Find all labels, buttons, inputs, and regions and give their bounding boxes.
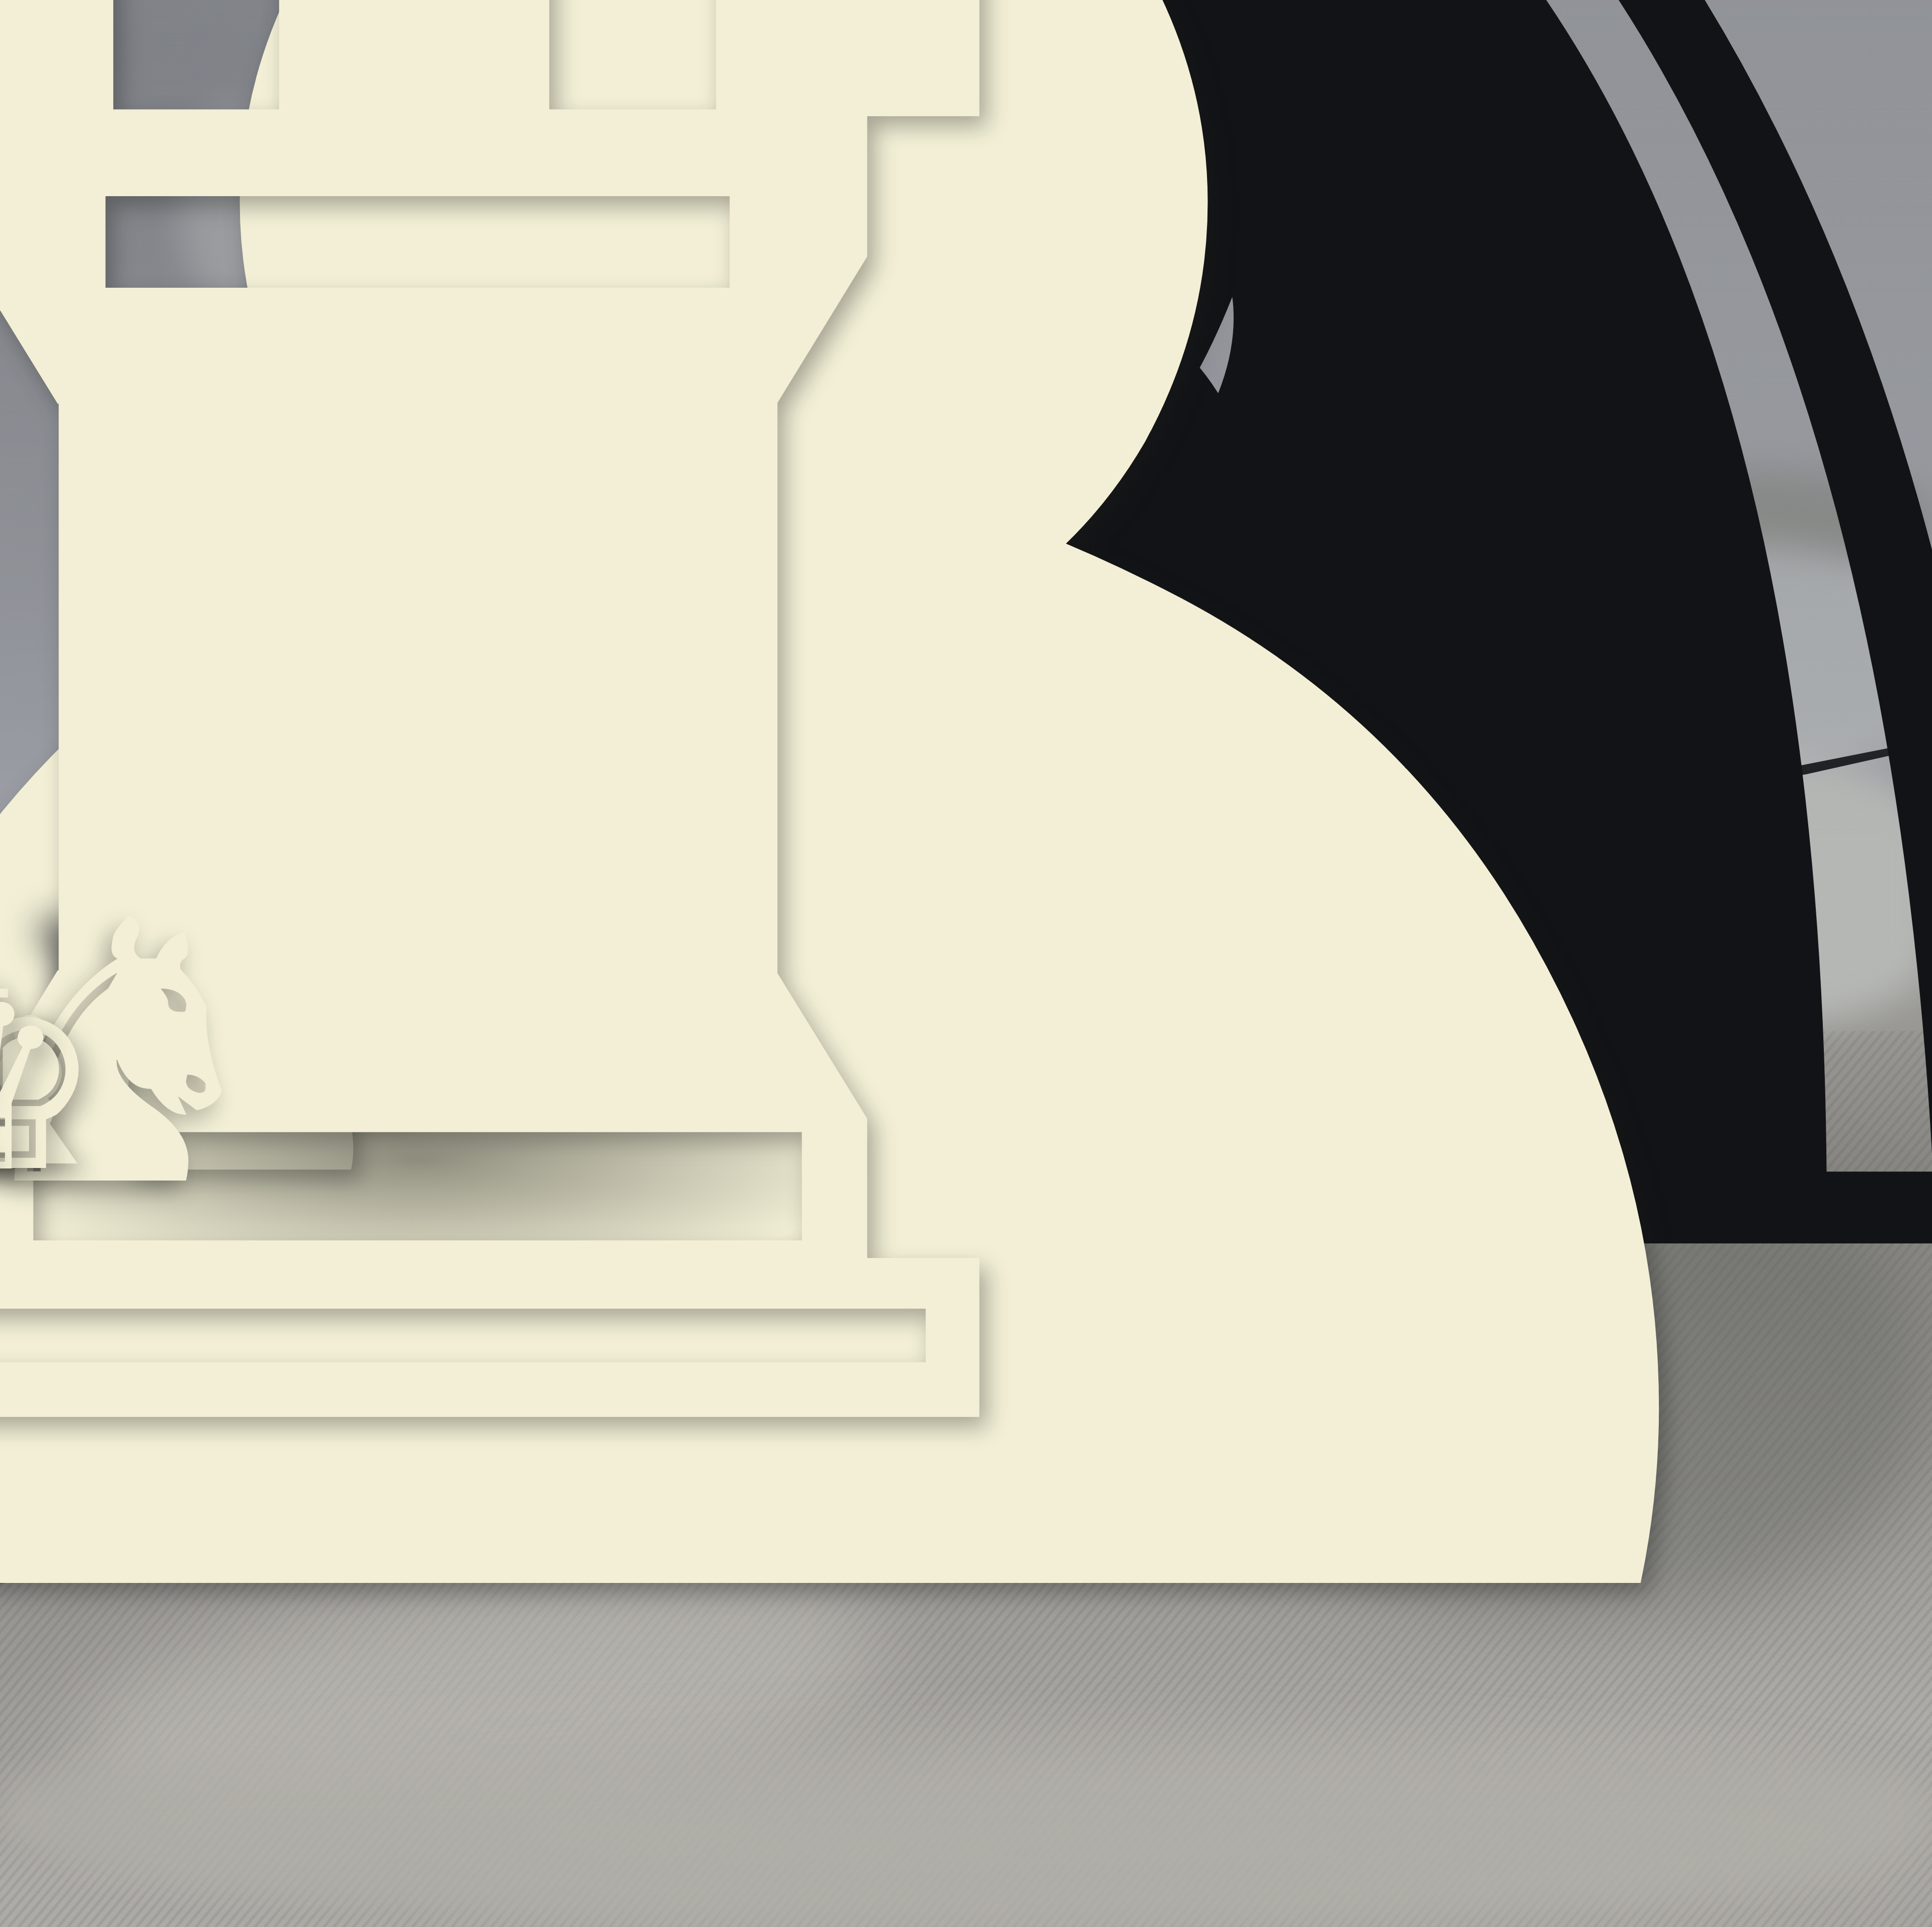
- white-rook-a1[interactable]: ♜: [0, 1041, 37, 1189]
- white-rook-h1[interactable]: ♜: [0, 0, 1915, 1722]
- chess-photo-scene: defgh ♞♟♝♟♚♟♟♛♟♝♟♞♜♟♟♟♜♟♟♟♞♟♟♟♝♚♛♝♞♜: [0, 0, 1932, 1927]
- pieces-layer: ♞♟♝♟♚♟♟♛♟♝♟♞♜♟♟♟♜♟♟♟♞♟♟♟♝♚♛♝♞♜: [0, 0, 1932, 1927]
